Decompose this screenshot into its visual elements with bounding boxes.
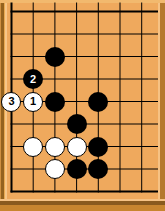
white-stone (45, 137, 65, 157)
black-stone (45, 47, 65, 67)
white-stone (23, 137, 43, 157)
black-stone (88, 92, 108, 112)
move-number: 3 (8, 96, 14, 107)
white-stone: 3 (1, 92, 21, 112)
black-stone (67, 114, 87, 134)
board-frame-right-edge (158, 0, 165, 211)
white-stone (45, 159, 65, 179)
stones-layer: 231 (1, 0, 153, 203)
black-stone: 2 (23, 69, 43, 89)
white-stone: 1 (23, 92, 43, 112)
black-stone (88, 137, 108, 157)
white-stone (67, 137, 87, 157)
move-number: 1 (30, 96, 36, 107)
black-stone (67, 159, 87, 179)
black-stone (88, 159, 108, 179)
move-number: 2 (30, 74, 36, 85)
black-stone (45, 92, 65, 112)
go-board-diagram: 231 (0, 0, 165, 211)
